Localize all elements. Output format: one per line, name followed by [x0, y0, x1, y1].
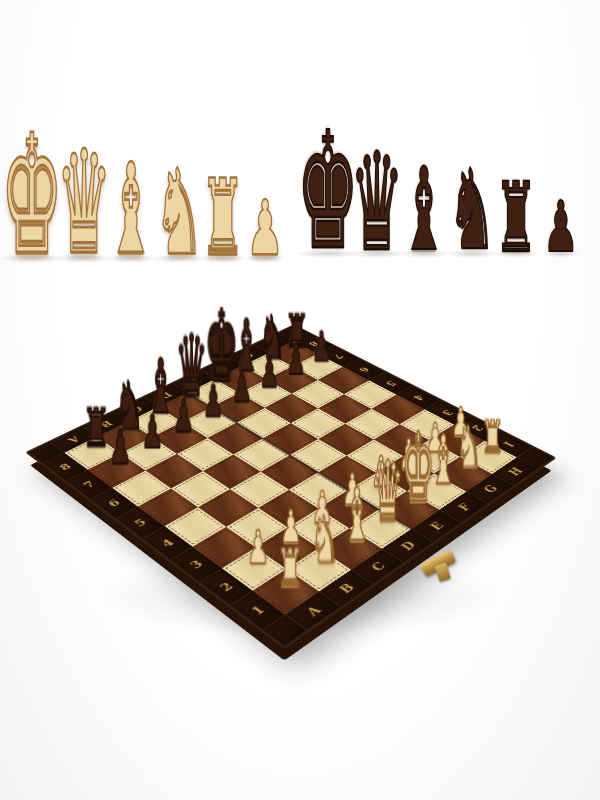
white-king-e1: ♚: [402, 420, 435, 515]
lineup-black-pawn: ♟: [543, 191, 579, 261]
lineup-white-queen: ♛: [56, 133, 112, 276]
white-queen-d1: ♛: [372, 451, 403, 534]
rank-label-right-7-label: 7: [331, 352, 346, 360]
lineup-white-rook: ♜: [201, 166, 246, 271]
file-label-near-B-label: B: [336, 581, 358, 596]
white-rook-h1: ♜: [481, 415, 504, 459]
file-label-near-E-label: E: [427, 520, 447, 532]
rank-label-left-1-label: 1: [248, 603, 268, 617]
file-label-near-G-label: G: [480, 483, 500, 495]
rank-label-right-6-label: 6: [356, 365, 371, 373]
file-label-near-C-label: C: [367, 559, 388, 573]
lineup-black-rook: ♜: [494, 169, 537, 265]
black-rook-a8: ♜: [82, 402, 110, 456]
white-pawn-a2: ♟: [247, 525, 269, 571]
lineup-white-bishop: ♝: [107, 149, 155, 273]
lineup-black-queen: ♛: [350, 134, 404, 269]
file-label-far-A-label: A: [65, 434, 82, 444]
white-knight-g1: ♞: [456, 419, 482, 477]
white-rook-a1: ♜: [277, 542, 304, 594]
black-pawn-e7: ♟: [231, 366, 252, 409]
rank-label-left-5-label: 5: [131, 517, 149, 529]
black-pawn-b7: ♟: [141, 410, 163, 456]
lineup-white-knight: ♞: [154, 155, 204, 273]
rank-label-left-8-label: 8: [57, 461, 73, 471]
lineup-white-king: ♚: [1, 113, 64, 278]
black-pawn-c7: ♟: [172, 395, 194, 440]
black-pawn-g7: ♟: [286, 340, 306, 382]
rank-label-right-5-label: 5: [383, 379, 399, 387]
white-knight-b1: ♞: [310, 509, 339, 573]
file-label-near-D-label: D: [397, 539, 418, 553]
black-pawn-d7: ♟: [202, 380, 223, 424]
rank-label-left-2-label: 2: [216, 580, 235, 594]
black-pawn-f7: ♟: [259, 353, 280, 395]
product-photo-scene: ♚♛♝♞♜♟ ♚♛♝♞♜♟ ABCDEFGH8♜♞♝♛♚♝♞♜87♟♟♟♟♟♟♟…: [0, 0, 600, 800]
rank-label-left-7-label: 7: [81, 479, 98, 490]
black-pawn-a7: ♟: [109, 426, 132, 473]
lineup-black-knight: ♞: [448, 156, 496, 267]
file-label-near-F-label: F: [455, 501, 474, 512]
rank-label-right-4-label: 4: [410, 393, 426, 402]
rank-label-left-6-label: 6: [105, 497, 122, 508]
rank-label-left-4-label: 4: [158, 537, 176, 549]
black-pawn-h7: ♟: [311, 328, 331, 369]
file-label-near-A-label: A: [303, 603, 324, 618]
file-label-near-H-label: H: [505, 465, 525, 477]
white-bishop-c1: ♝: [343, 480, 371, 552]
lineup-black-bishop: ♝: [401, 152, 448, 266]
lineup-white-pawn: ♟: [246, 191, 284, 267]
rank-label-left-3-label: 3: [187, 558, 206, 571]
